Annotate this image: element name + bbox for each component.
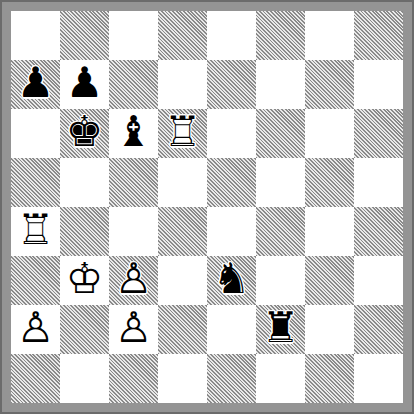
square-g7[interactable] <box>305 60 354 109</box>
square-h8[interactable] <box>354 11 403 60</box>
piece-black-pawn-a7[interactable]: ♟♟ <box>11 60 60 109</box>
piece-white-pawn-a2[interactable]: ♟♙ <box>11 305 60 354</box>
square-f1[interactable] <box>256 354 305 403</box>
square-f8[interactable] <box>256 11 305 60</box>
square-a5[interactable] <box>11 158 60 207</box>
rook-icon: ♜ <box>262 307 300 349</box>
square-a7[interactable]: ♟♟ <box>11 60 60 109</box>
rook-icon: ♖ <box>164 111 202 153</box>
square-c5[interactable] <box>109 158 158 207</box>
bishop-icon: ♝ <box>115 111 153 153</box>
square-c2[interactable]: ♟♙ <box>109 305 158 354</box>
square-h6[interactable] <box>354 109 403 158</box>
square-e7[interactable] <box>207 60 256 109</box>
square-g4[interactable] <box>305 207 354 256</box>
square-e2[interactable] <box>207 305 256 354</box>
square-a8[interactable] <box>11 11 60 60</box>
square-d6[interactable]: ♜♖ <box>158 109 207 158</box>
square-h4[interactable] <box>354 207 403 256</box>
piece-white-king-b3[interactable]: ♚♔ <box>60 256 109 305</box>
piece-black-bishop-c6[interactable]: ♝♝ <box>109 109 158 158</box>
piece-white-rook-a4[interactable]: ♜♖ <box>11 207 60 256</box>
square-d2[interactable] <box>158 305 207 354</box>
king-icon: ♚ <box>66 111 104 153</box>
square-f5[interactable] <box>256 158 305 207</box>
square-d7[interactable] <box>158 60 207 109</box>
square-g8[interactable] <box>305 11 354 60</box>
square-b6[interactable]: ♚♚ <box>60 109 109 158</box>
chess-board: ♟♟♟♟♚♚♝♝♜♖♜♖♚♔♟♙♞♞♟♙♟♙♜♜ <box>11 11 403 403</box>
square-h3[interactable] <box>354 256 403 305</box>
square-h5[interactable] <box>354 158 403 207</box>
rook-icon: ♖ <box>17 209 55 251</box>
square-h1[interactable] <box>354 354 403 403</box>
square-d3[interactable] <box>158 256 207 305</box>
square-c1[interactable] <box>109 354 158 403</box>
piece-black-rook-f2[interactable]: ♜♜ <box>256 305 305 354</box>
square-c6[interactable]: ♝♝ <box>109 109 158 158</box>
square-f4[interactable] <box>256 207 305 256</box>
king-icon: ♔ <box>66 258 104 300</box>
square-e5[interactable] <box>207 158 256 207</box>
square-g2[interactable] <box>305 305 354 354</box>
square-a2[interactable]: ♟♙ <box>11 305 60 354</box>
square-c3[interactable]: ♟♙ <box>109 256 158 305</box>
piece-black-knight-e3[interactable]: ♞♞ <box>207 256 256 305</box>
square-e3[interactable]: ♞♞ <box>207 256 256 305</box>
square-h2[interactable] <box>354 305 403 354</box>
square-c8[interactable] <box>109 11 158 60</box>
square-e8[interactable] <box>207 11 256 60</box>
pawn-icon: ♙ <box>17 307 55 349</box>
piece-black-pawn-b7[interactable]: ♟♟ <box>60 60 109 109</box>
square-f2[interactable]: ♜♜ <box>256 305 305 354</box>
square-h7[interactable] <box>354 60 403 109</box>
square-f7[interactable] <box>256 60 305 109</box>
square-a6[interactable] <box>11 109 60 158</box>
square-d8[interactable] <box>158 11 207 60</box>
square-g6[interactable] <box>305 109 354 158</box>
square-a4[interactable]: ♜♖ <box>11 207 60 256</box>
square-d1[interactable] <box>158 354 207 403</box>
square-d5[interactable] <box>158 158 207 207</box>
square-c4[interactable] <box>109 207 158 256</box>
square-e6[interactable] <box>207 109 256 158</box>
square-f6[interactable] <box>256 109 305 158</box>
piece-white-pawn-c2[interactable]: ♟♙ <box>109 305 158 354</box>
pawn-icon: ♙ <box>115 307 153 349</box>
square-b8[interactable] <box>60 11 109 60</box>
square-b4[interactable] <box>60 207 109 256</box>
square-b3[interactable]: ♚♔ <box>60 256 109 305</box>
board-frame: ♟♟♟♟♚♚♝♝♜♖♜♖♚♔♟♙♞♞♟♙♟♙♜♜ <box>0 0 414 414</box>
knight-icon: ♞ <box>213 258 251 300</box>
piece-white-rook-d6[interactable]: ♜♖ <box>158 109 207 158</box>
square-b5[interactable] <box>60 158 109 207</box>
square-g3[interactable] <box>305 256 354 305</box>
square-g1[interactable] <box>305 354 354 403</box>
pawn-icon: ♙ <box>115 258 153 300</box>
piece-black-king-b6[interactable]: ♚♚ <box>60 109 109 158</box>
square-e4[interactable] <box>207 207 256 256</box>
square-g5[interactable] <box>305 158 354 207</box>
square-d4[interactable] <box>158 207 207 256</box>
pawn-icon: ♟ <box>66 62 104 104</box>
square-c7[interactable] <box>109 60 158 109</box>
square-b7[interactable]: ♟♟ <box>60 60 109 109</box>
square-a1[interactable] <box>11 354 60 403</box>
pawn-icon: ♟ <box>17 62 55 104</box>
square-b2[interactable] <box>60 305 109 354</box>
square-e1[interactable] <box>207 354 256 403</box>
piece-white-pawn-c3[interactable]: ♟♙ <box>109 256 158 305</box>
square-a3[interactable] <box>11 256 60 305</box>
square-b1[interactable] <box>60 354 109 403</box>
square-f3[interactable] <box>256 256 305 305</box>
